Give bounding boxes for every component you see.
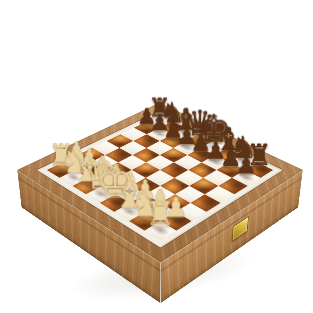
scene: ♜♞♝♛♚♝♞♜♟♟♟♟♟♟♟♟♟♟♟♟♟♟♟♟♜♞♝♛♚♝♞♜: [0, 0, 313, 313]
product-photo: ♜♞♝♛♚♝♞♜♟♟♟♟♟♟♟♟♟♟♟♟♟♟♟♟♜♞♝♛♚♝♞♜: [0, 0, 313, 313]
chess-box: ♜♞♝♛♚♝♞♜♟♟♟♟♟♟♟♟♟♟♟♟♟♟♟♟♜♞♝♛♚♝♞♜: [17, 103, 303, 263]
brass-latch-icon: [232, 216, 249, 242]
piece-shadow: [236, 172, 257, 184]
piece-shadow: [165, 214, 188, 228]
piece-shadow: [149, 223, 172, 237]
